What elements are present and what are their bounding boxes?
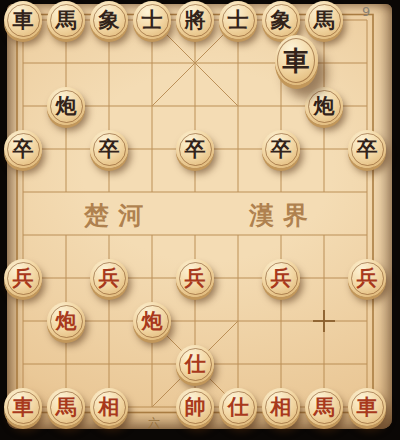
- piece-black-c[interactable]: 炮: [47, 87, 85, 125]
- piece-black-c[interactable]: 炮: [305, 87, 343, 125]
- piece-glyph: 卒: [357, 139, 378, 160]
- piece-red-c[interactable]: 炮: [133, 302, 171, 340]
- board-cell[interactable]: [131, 85, 174, 128]
- piece-red-r[interactable]: 車: [348, 388, 386, 426]
- board-cell[interactable]: [217, 42, 260, 85]
- board-cell[interactable]: [174, 171, 217, 214]
- board-cell[interactable]: [45, 257, 88, 300]
- board-cell[interactable]: 卒: [88, 128, 131, 171]
- piece-glyph: 卒: [271, 139, 292, 160]
- piece-red-p[interactable]: 兵: [348, 259, 386, 297]
- piece-glyph: 帥: [185, 397, 206, 418]
- piece-glyph: 兵: [357, 268, 378, 289]
- piece-red-p[interactable]: 兵: [90, 259, 128, 297]
- board-cell[interactable]: 馬: [45, 386, 88, 429]
- piece-glyph: 兵: [13, 268, 34, 289]
- piece-glyph: 馬: [314, 397, 335, 418]
- board-cell[interactable]: 馬: [303, 0, 346, 42]
- piece-glyph: 兵: [271, 268, 292, 289]
- piece-glyph: 仕: [228, 397, 249, 418]
- piece-black-p[interactable]: 卒: [176, 130, 214, 168]
- board-cell[interactable]: [131, 128, 174, 171]
- board-cell[interactable]: [303, 257, 346, 300]
- board-cell[interactable]: 馬: [45, 0, 88, 42]
- piece-black-p[interactable]: 卒: [348, 130, 386, 168]
- piece-red-b[interactable]: 相: [262, 388, 300, 426]
- piece-glyph: 馬: [56, 397, 77, 418]
- board-cell[interactable]: [260, 85, 303, 128]
- piece-glyph: 士: [228, 10, 249, 31]
- piece-glyph: 將: [185, 10, 206, 31]
- board-cell[interactable]: [88, 171, 131, 214]
- board-cell[interactable]: 兵: [2, 257, 45, 300]
- piece-black-p[interactable]: 卒: [90, 130, 128, 168]
- board-cell[interactable]: [260, 300, 303, 343]
- board-cell[interactable]: [303, 128, 346, 171]
- board-cell[interactable]: [2, 214, 45, 257]
- board-cell[interactable]: [217, 214, 260, 257]
- piece-red-a[interactable]: 仕: [219, 388, 257, 426]
- board-cell[interactable]: 卒: [346, 128, 389, 171]
- piece-black-p[interactable]: 卒: [4, 130, 42, 168]
- piece-glyph: 炮: [56, 96, 77, 117]
- piece-glyph: 卒: [185, 139, 206, 160]
- board-cell[interactable]: [217, 171, 260, 214]
- piece-black-r[interactable]: 車: [4, 1, 42, 39]
- board-cell[interactable]: 士: [217, 0, 260, 42]
- board-cell[interactable]: 仕: [174, 343, 217, 386]
- piece-black-n[interactable]: 馬: [305, 1, 343, 39]
- piece-glyph: 相: [99, 397, 120, 418]
- board-cell[interactable]: [45, 171, 88, 214]
- piece-red-p[interactable]: 兵: [4, 259, 42, 297]
- piece-red-a[interactable]: 仕: [176, 345, 214, 383]
- board-grid: 車馬象士將士象馬車炮炮卒卒卒卒卒兵兵兵兵兵炮炮仕車馬相帥仕相馬車: [2, 0, 389, 429]
- board-cell[interactable]: 將: [174, 0, 217, 42]
- board-cell[interactable]: [131, 343, 174, 386]
- board-cell[interactable]: [303, 171, 346, 214]
- board-cell[interactable]: [303, 214, 346, 257]
- last-move-origin-marker: [312, 309, 336, 333]
- board-cell[interactable]: [260, 343, 303, 386]
- board-cell[interactable]: 炮: [45, 85, 88, 128]
- board-cell[interactable]: [346, 85, 389, 128]
- piece-black-b[interactable]: 象: [262, 1, 300, 39]
- piece-glyph: 炮: [314, 96, 335, 117]
- piece-red-r[interactable]: 車: [4, 388, 42, 426]
- board-cell[interactable]: [260, 214, 303, 257]
- board-cell[interactable]: 炮: [303, 85, 346, 128]
- board-cell[interactable]: 兵: [260, 257, 303, 300]
- piece-red-p[interactable]: 兵: [262, 259, 300, 297]
- board-cell[interactable]: [303, 300, 346, 343]
- piece-red-n[interactable]: 馬: [305, 388, 343, 426]
- board-cell[interactable]: [174, 214, 217, 257]
- board-cell[interactable]: [174, 85, 217, 128]
- piece-glyph: 相: [271, 397, 292, 418]
- piece-red-k[interactable]: 帥: [176, 388, 214, 426]
- board-cell[interactable]: 仕: [217, 386, 260, 429]
- piece-glyph: 卒: [99, 139, 120, 160]
- board-cell[interactable]: 士: [131, 0, 174, 42]
- piece-black-r[interactable]: 車: [275, 35, 318, 85]
- piece-glyph: 兵: [185, 268, 206, 289]
- board-cell[interactable]: 馬: [303, 386, 346, 429]
- board-cell[interactable]: [131, 214, 174, 257]
- piece-glyph: 馬: [314, 10, 335, 31]
- board-cell[interactable]: [45, 42, 88, 85]
- board-cell[interactable]: 卒: [260, 128, 303, 171]
- piece-glyph: 車: [13, 397, 34, 418]
- piece-glyph: 車: [283, 47, 310, 74]
- piece-glyph: 車: [357, 397, 378, 418]
- piece-glyph: 象: [271, 10, 292, 31]
- black-file-label: 9: [362, 4, 370, 19]
- board-cell[interactable]: [88, 300, 131, 343]
- xiangqi-app: 車馬象士將士象馬車炮炮卒卒卒卒卒兵兵兵兵兵炮炮仕車馬相帥仕相馬車 楚河 漢界 9…: [0, 0, 400, 440]
- board-cell[interactable]: [88, 42, 131, 85]
- board-cell[interactable]: [45, 343, 88, 386]
- board-cell[interactable]: 兵: [346, 257, 389, 300]
- board-cell[interactable]: [217, 257, 260, 300]
- board-cell[interactable]: 相: [88, 386, 131, 429]
- board-cell[interactable]: [174, 300, 217, 343]
- red-file-label: 六: [148, 415, 160, 432]
- board-cell[interactable]: [2, 85, 45, 128]
- board-cell[interactable]: [174, 42, 217, 85]
- piece-black-b[interactable]: 象: [90, 1, 128, 39]
- piece-red-p[interactable]: 兵: [176, 259, 214, 297]
- board-cell[interactable]: 車: [2, 386, 45, 429]
- board-cell[interactable]: [2, 343, 45, 386]
- piece-red-b[interactable]: 相: [90, 388, 128, 426]
- board-cell[interactable]: [88, 343, 131, 386]
- piece-glyph: 仕: [185, 354, 206, 375]
- board-cell[interactable]: [217, 85, 260, 128]
- board-cell[interactable]: 車: [303, 42, 346, 85]
- board-cell[interactable]: 炮: [131, 300, 174, 343]
- piece-red-c[interactable]: 炮: [47, 302, 85, 340]
- board-cell[interactable]: [131, 171, 174, 214]
- board-cell[interactable]: [346, 42, 389, 85]
- board-cell[interactable]: [2, 300, 45, 343]
- piece-glyph: 炮: [142, 311, 163, 332]
- piece-glyph: 馬: [56, 10, 77, 31]
- board-cell[interactable]: 卒: [174, 128, 217, 171]
- board-cell[interactable]: [131, 257, 174, 300]
- board-cell[interactable]: 卒: [2, 128, 45, 171]
- piece-black-p[interactable]: 卒: [262, 130, 300, 168]
- board-cell[interactable]: [2, 171, 45, 214]
- board-cell[interactable]: [45, 128, 88, 171]
- board-cell[interactable]: [217, 300, 260, 343]
- board-cell[interactable]: 車: [346, 386, 389, 429]
- piece-glyph: 兵: [99, 268, 120, 289]
- piece-glyph: 卒: [13, 139, 34, 160]
- board-cell[interactable]: 相: [260, 386, 303, 429]
- board-cell[interactable]: [131, 42, 174, 85]
- board-cell[interactable]: 車: [2, 0, 45, 42]
- piece-glyph: 炮: [56, 311, 77, 332]
- piece-red-n[interactable]: 馬: [47, 388, 85, 426]
- board-cell[interactable]: [346, 214, 389, 257]
- board-cell[interactable]: [260, 171, 303, 214]
- board-cell[interactable]: [303, 343, 346, 386]
- board-cell[interactable]: [346, 300, 389, 343]
- board-cell[interactable]: 帥: [174, 386, 217, 429]
- board-cell[interactable]: [88, 214, 131, 257]
- board-cell[interactable]: 象: [88, 0, 131, 42]
- piece-glyph: 士: [142, 10, 163, 31]
- board-cell[interactable]: [217, 343, 260, 386]
- piece-black-k[interactable]: 將: [176, 1, 214, 39]
- board-cell[interactable]: 兵: [174, 257, 217, 300]
- board-cell[interactable]: 炮: [45, 300, 88, 343]
- board-cell[interactable]: [88, 85, 131, 128]
- board-cell[interactable]: 兵: [88, 257, 131, 300]
- piece-black-a[interactable]: 士: [219, 1, 257, 39]
- board-cell[interactable]: [217, 128, 260, 171]
- board-cell[interactable]: [346, 171, 389, 214]
- board-cell[interactable]: [2, 42, 45, 85]
- board-cell[interactable]: [45, 214, 88, 257]
- piece-black-n[interactable]: 馬: [47, 1, 85, 39]
- piece-glyph: 車: [13, 10, 34, 31]
- piece-black-a[interactable]: 士: [133, 1, 171, 39]
- board-cell[interactable]: [346, 343, 389, 386]
- piece-glyph: 象: [99, 10, 120, 31]
